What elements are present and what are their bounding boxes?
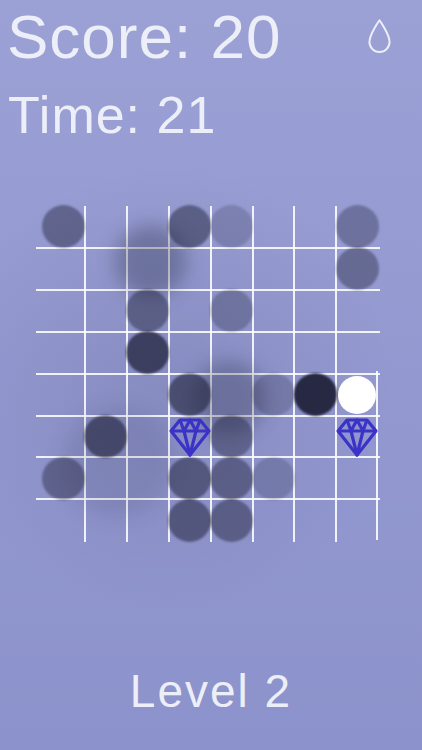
board-cell-r3c7[interactable] — [294, 290, 336, 332]
board-cell-r6c1[interactable] — [43, 416, 85, 458]
board-cell-r6c7[interactable] — [294, 416, 336, 458]
board-cell-r8c8[interactable] — [336, 499, 378, 541]
board-cell-r7c2[interactable] — [85, 457, 127, 499]
time-label: Time: — [8, 86, 141, 144]
dot-stone-r1c8[interactable] — [336, 205, 379, 248]
board-cell-r8c1[interactable] — [43, 499, 85, 541]
board-cell-r4c6[interactable] — [253, 332, 295, 374]
board-cell-r4c2[interactable] — [85, 332, 127, 374]
board-cell-r3c4[interactable] — [169, 290, 211, 332]
gem-icon-r6c4[interactable] — [168, 417, 212, 462]
board-cell-r3c1[interactable] — [43, 290, 85, 332]
board-cell-r2c7[interactable] — [294, 248, 336, 290]
board-cell-r5c2[interactable] — [85, 374, 127, 416]
grid-vline-7 — [335, 206, 337, 542]
dot-stone-r8c5[interactable] — [210, 499, 253, 542]
board-cell-r6c3[interactable] — [127, 416, 169, 458]
board-cell-r4c8[interactable] — [336, 332, 378, 374]
grid-hline-2 — [36, 289, 380, 291]
game-screen: Score: 20 Time: 21 Level 2 — [0, 0, 422, 750]
dot-stone-r5c7[interactable] — [294, 373, 337, 416]
board-cell-r1c7[interactable] — [294, 206, 336, 248]
dot-stone-r2c8[interactable] — [336, 247, 379, 290]
board-cell-r2c6[interactable] — [253, 248, 295, 290]
time-value: 21 — [157, 86, 217, 144]
board-cell-r3c8[interactable] — [336, 290, 378, 332]
board-cell-r2c3[interactable] — [127, 248, 169, 290]
board-cell-r8c7[interactable] — [294, 499, 336, 541]
grid-hline-4 — [36, 373, 380, 375]
board-cell-r5c1[interactable] — [43, 374, 85, 416]
board-cell-r4c4[interactable] — [169, 332, 211, 374]
board-cell-r1c2[interactable] — [85, 206, 127, 248]
board-cell-r8c2[interactable] — [85, 499, 127, 541]
board-cell-r5c3[interactable] — [127, 374, 169, 416]
board-cell-r2c4[interactable] — [169, 248, 211, 290]
dot-stone-r7c1[interactable] — [42, 457, 85, 500]
puzzle-board — [43, 206, 379, 542]
board-cell-r7c7[interactable] — [294, 457, 336, 499]
board-cell-r4c7[interactable] — [294, 332, 336, 374]
grid-hline-3 — [36, 331, 380, 333]
board-cell-r2c5[interactable] — [211, 248, 253, 290]
board-cell-r2c1[interactable] — [43, 248, 85, 290]
board-cell-r5c5[interactable] — [211, 374, 253, 416]
dot-stone-r7c5[interactable] — [210, 457, 253, 500]
board-cell-r4c5[interactable] — [211, 332, 253, 374]
board-cell-r8c6[interactable] — [253, 499, 295, 541]
board-cell-r2c2[interactable] — [85, 248, 127, 290]
time-display: Time: 21 — [8, 88, 216, 143]
grid-hline-7 — [36, 498, 380, 500]
dot-stone-r3c5[interactable] — [210, 289, 253, 332]
score-label: Score: — [7, 2, 192, 71]
score-display: Score: 20 — [7, 4, 281, 69]
board-cell-r1c6[interactable] — [253, 206, 295, 248]
dot-stone-r5c6[interactable] — [252, 373, 295, 416]
board-cell-r3c6[interactable] — [253, 290, 295, 332]
level-indicator: Level 2 — [0, 664, 422, 718]
board-cell-r4c1[interactable] — [43, 332, 85, 374]
board-cell-r7c3[interactable] — [127, 457, 169, 499]
grid-hline-1 — [36, 247, 380, 249]
board-cell-r1c3[interactable] — [127, 206, 169, 248]
grid-vline-5 — [252, 206, 254, 542]
dot-stone-r5c4[interactable] — [168, 373, 211, 416]
dot-stone-r6c2[interactable] — [84, 415, 127, 458]
dot-stone-r7c6[interactable] — [252, 457, 295, 500]
score-value: 20 — [210, 2, 281, 71]
dot-stone-r7c4[interactable] — [168, 457, 211, 500]
dot-stone-r8c4[interactable] — [168, 499, 211, 542]
gem-icon-r6c8[interactable] — [335, 417, 379, 462]
grid-vline-6 — [293, 206, 295, 542]
white-stone-r5c8[interactable] — [338, 376, 376, 414]
dot-stone-r6c5[interactable] — [210, 415, 253, 458]
board-cell-r7c8[interactable] — [336, 457, 378, 499]
board-cell-r8c3[interactable] — [127, 499, 169, 541]
board-cell-r6c6[interactable] — [253, 416, 295, 458]
water-drop-icon — [366, 18, 393, 60]
board-cell-r3c2[interactable] — [85, 290, 127, 332]
